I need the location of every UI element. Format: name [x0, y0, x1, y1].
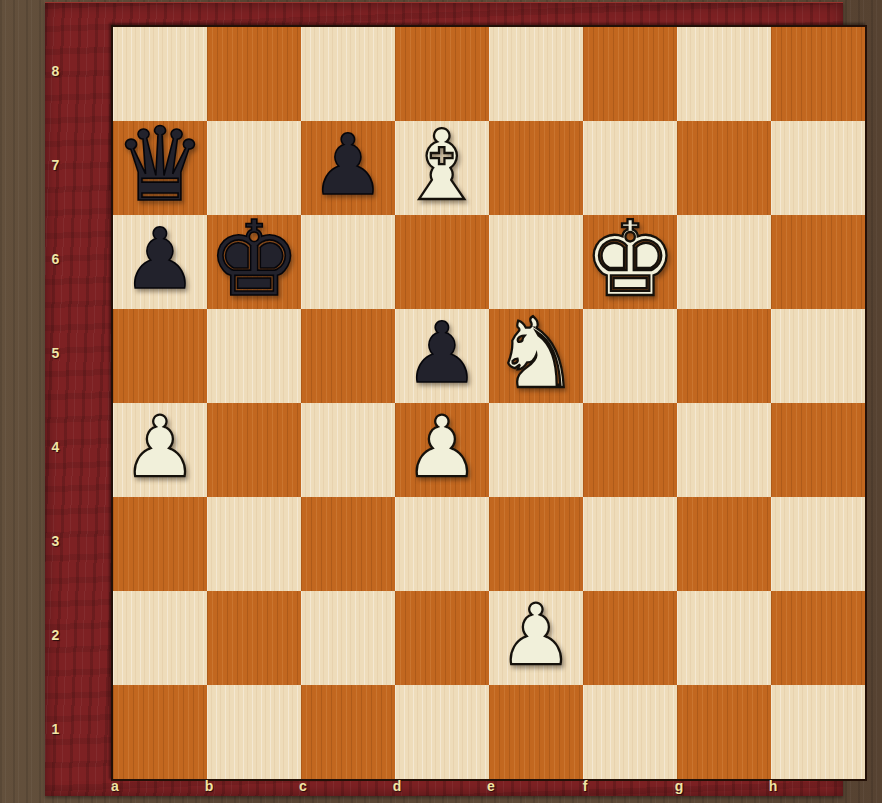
rank-label-5: 5: [45, 306, 66, 400]
square-g1[interactable]: [677, 685, 771, 779]
file-label-a: a: [68, 776, 162, 795]
square-a6[interactable]: ♟: [113, 215, 207, 309]
rank-labels: 87654321: [45, 24, 66, 776]
square-d3[interactable]: [395, 497, 489, 591]
square-e3[interactable]: [489, 497, 583, 591]
square-b6[interactable]: ♚: [207, 215, 301, 309]
square-d5[interactable]: ♟: [395, 309, 489, 403]
square-h1[interactable]: [771, 685, 865, 779]
black-pawn[interactable]: ♟: [310, 123, 385, 207]
square-b5[interactable]: [207, 309, 301, 403]
square-e1[interactable]: [489, 685, 583, 779]
file-label-h: h: [726, 776, 820, 795]
rank-label-8: 8: [45, 24, 66, 118]
square-a5[interactable]: [113, 309, 207, 403]
white-king[interactable]: ♚: [583, 207, 676, 311]
rank-label-3: 3: [45, 494, 66, 588]
square-f8[interactable]: [583, 27, 677, 121]
square-c6[interactable]: [301, 215, 395, 309]
black-king[interactable]: ♚: [207, 207, 300, 311]
page-background: { "game": "chess", "position": { "fen": …: [0, 0, 882, 803]
square-g7[interactable]: [677, 121, 771, 215]
square-f5[interactable]: [583, 309, 677, 403]
square-b1[interactable]: [207, 685, 301, 779]
rank-label-6: 6: [45, 212, 66, 306]
square-c2[interactable]: [301, 591, 395, 685]
white-bishop[interactable]: ♝: [399, 117, 486, 214]
square-e2[interactable]: ♟: [489, 591, 583, 685]
square-e8[interactable]: [489, 27, 583, 121]
square-f2[interactable]: [583, 591, 677, 685]
square-a1[interactable]: [113, 685, 207, 779]
black-pawn[interactable]: ♟: [122, 217, 197, 301]
white-knight[interactable]: ♞: [493, 305, 580, 402]
black-queen[interactable]: ♛: [114, 114, 205, 216]
square-g2[interactable]: [677, 591, 771, 685]
file-label-c: c: [256, 776, 350, 795]
square-b4[interactable]: [207, 403, 301, 497]
square-g6[interactable]: [677, 215, 771, 309]
square-d2[interactable]: [395, 591, 489, 685]
square-e5[interactable]: ♞: [489, 309, 583, 403]
square-h3[interactable]: [771, 497, 865, 591]
square-b3[interactable]: [207, 497, 301, 591]
board-grid: ♛♟♝♟♚♚♟♞♟♟♟: [111, 25, 867, 781]
square-a4[interactable]: ♟: [113, 403, 207, 497]
square-c7[interactable]: ♟: [301, 121, 395, 215]
square-g5[interactable]: [677, 309, 771, 403]
square-d7[interactable]: ♝: [395, 121, 489, 215]
square-h7[interactable]: [771, 121, 865, 215]
square-h6[interactable]: [771, 215, 865, 309]
square-c4[interactable]: [301, 403, 395, 497]
square-h5[interactable]: [771, 309, 865, 403]
white-pawn[interactable]: ♟: [498, 593, 573, 677]
square-f3[interactable]: [583, 497, 677, 591]
square-f6[interactable]: ♚: [583, 215, 677, 309]
square-c5[interactable]: [301, 309, 395, 403]
file-label-d: d: [350, 776, 444, 795]
rank-label-2: 2: [45, 588, 66, 682]
square-e6[interactable]: [489, 215, 583, 309]
rank-label-4: 4: [45, 400, 66, 494]
square-a7[interactable]: ♛: [113, 121, 207, 215]
square-h2[interactable]: [771, 591, 865, 685]
square-c8[interactable]: [301, 27, 395, 121]
square-g4[interactable]: [677, 403, 771, 497]
white-pawn[interactable]: ♟: [122, 405, 197, 489]
square-e4[interactable]: [489, 403, 583, 497]
square-d1[interactable]: [395, 685, 489, 779]
square-d6[interactable]: [395, 215, 489, 309]
square-e7[interactable]: [489, 121, 583, 215]
square-c1[interactable]: [301, 685, 395, 779]
square-c3[interactable]: [301, 497, 395, 591]
black-pawn[interactable]: ♟: [404, 311, 479, 395]
square-a3[interactable]: [113, 497, 207, 591]
square-g8[interactable]: [677, 27, 771, 121]
rank-label-7: 7: [45, 118, 66, 212]
board-frame: ♛♟♝♟♚♚♟♞♟♟♟: [45, 2, 843, 796]
square-f4[interactable]: [583, 403, 677, 497]
square-h8[interactable]: [771, 27, 865, 121]
square-b2[interactable]: [207, 591, 301, 685]
file-label-e: e: [444, 776, 538, 795]
square-d4[interactable]: ♟: [395, 403, 489, 497]
white-pawn[interactable]: ♟: [404, 405, 479, 489]
file-labels: abcdefgh: [68, 776, 820, 795]
square-d8[interactable]: [395, 27, 489, 121]
rank-label-1: 1: [45, 682, 66, 776]
square-g3[interactable]: [677, 497, 771, 591]
file-label-g: g: [632, 776, 726, 795]
square-f1[interactable]: [583, 685, 677, 779]
square-h4[interactable]: [771, 403, 865, 497]
square-a2[interactable]: [113, 591, 207, 685]
file-label-f: f: [538, 776, 632, 795]
file-label-b: b: [162, 776, 256, 795]
square-b8[interactable]: [207, 27, 301, 121]
